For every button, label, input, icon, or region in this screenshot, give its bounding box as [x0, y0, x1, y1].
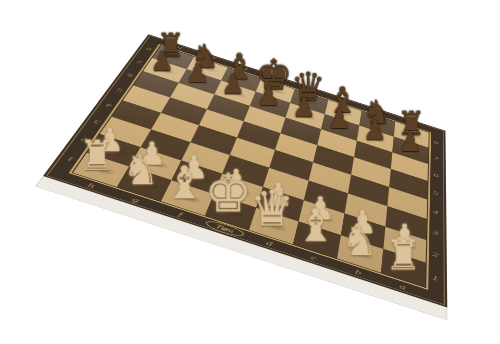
piece-black-pawn[interactable]: ♟ — [221, 71, 245, 98]
piece-black-pawn[interactable]: ♟ — [150, 48, 174, 75]
piece-white-rook[interactable]: ♜ — [78, 135, 115, 176]
piece-black-pawn[interactable]: ♟ — [185, 60, 209, 87]
piece-white-rook[interactable]: ♜ — [385, 235, 422, 276]
piece-white-bishop[interactable]: ♝ — [296, 203, 336, 248]
chessboard: ♜♞♝♚♛♝♞♜♟♟♟♟♟♟♟♟♟♟♟♟♟♟♟♟♜♞♝♚♛♝♞♜ Timi hh… — [43, 34, 447, 307]
rank-label-left-4: 4 — [95, 95, 122, 116]
piece-white-king[interactable]: ♚ — [205, 166, 252, 219]
piece-black-pawn[interactable]: ♟ — [363, 117, 387, 144]
board-surface: ♜♞♝♚♛♝♞♜♟♟♟♟♟♟♟♟♟♟♟♟♟♟♟♟♜♞♝♚♛♝♞♜ Timi hh… — [43, 34, 447, 307]
chess-set-photo: ♜♞♝♚♛♝♞♜♟♟♟♟♟♟♟♟♟♟♟♟♟♟♟♟♜♞♝♚♛♝♞♜ Timi hh… — [0, 0, 500, 344]
piece-black-pawn[interactable]: ♟ — [398, 129, 422, 156]
piece-white-knight[interactable]: ♞ — [341, 221, 378, 262]
rank-label-right-4: 4 — [428, 200, 444, 225]
piece-white-bishop[interactable]: ♝ — [164, 160, 204, 205]
rank-label-right-1: 1 — [426, 263, 444, 293]
piece-white-queen[interactable]: ♛ — [250, 184, 294, 233]
piece-black-pawn[interactable]: ♟ — [256, 83, 280, 110]
piece-white-knight[interactable]: ♞ — [122, 150, 159, 191]
piece-black-pawn[interactable]: ♟ — [327, 106, 351, 133]
piece-black-pawn[interactable]: ♟ — [292, 94, 316, 121]
